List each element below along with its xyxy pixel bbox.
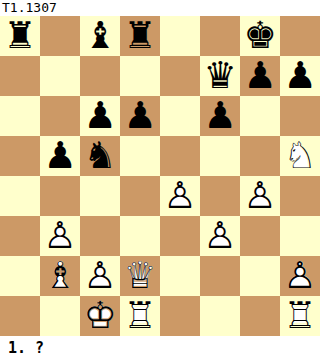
square-g7[interactable]: ♟ — [240, 56, 280, 96]
piece-black-knight: ♞ — [80, 136, 120, 176]
square-a5[interactable] — [0, 136, 40, 176]
move-prompt: 1. ? — [0, 336, 320, 360]
square-e5[interactable] — [160, 136, 200, 176]
piece-black-pawn: ♟ — [280, 56, 320, 96]
square-e1[interactable] — [160, 296, 200, 336]
piece-black-pawn: ♟ — [200, 96, 240, 136]
piece-black-pawn: ♟ — [80, 96, 120, 136]
square-c4[interactable] — [80, 176, 120, 216]
square-e2[interactable] — [160, 256, 200, 296]
square-g8[interactable]: ♚ — [240, 16, 280, 56]
square-h7[interactable]: ♟ — [280, 56, 320, 96]
piece-white-rook: ♜♖ — [280, 296, 320, 336]
square-b3[interactable]: ♟♙ — [40, 216, 80, 256]
square-c8[interactable]: ♝ — [80, 16, 120, 56]
square-e7[interactable] — [160, 56, 200, 96]
square-a8[interactable]: ♜ — [0, 16, 40, 56]
square-f3[interactable]: ♟♙ — [200, 216, 240, 256]
square-c7[interactable] — [80, 56, 120, 96]
square-d2[interactable]: ♛♕ — [120, 256, 160, 296]
square-g1[interactable] — [240, 296, 280, 336]
square-b2[interactable]: ♝♗ — [40, 256, 80, 296]
square-c2[interactable]: ♟♙ — [80, 256, 120, 296]
square-b8[interactable] — [40, 16, 80, 56]
piece-black-bishop: ♝ — [80, 16, 120, 56]
square-d4[interactable] — [120, 176, 160, 216]
square-c3[interactable] — [80, 216, 120, 256]
square-f8[interactable] — [200, 16, 240, 56]
square-e6[interactable] — [160, 96, 200, 136]
square-g5[interactable] — [240, 136, 280, 176]
piece-white-pawn: ♟♙ — [40, 216, 80, 256]
piece-white-bishop: ♝♗ — [40, 256, 80, 296]
square-a3[interactable] — [0, 216, 40, 256]
piece-black-queen: ♛ — [200, 56, 240, 96]
square-g6[interactable] — [240, 96, 280, 136]
square-f7[interactable]: ♛ — [200, 56, 240, 96]
piece-white-knight: ♞♘ — [280, 136, 320, 176]
piece-white-pawn: ♟♙ — [280, 256, 320, 296]
piece-white-pawn: ♟♙ — [200, 216, 240, 256]
square-h4[interactable] — [280, 176, 320, 216]
square-h2[interactable]: ♟♙ — [280, 256, 320, 296]
square-d3[interactable] — [120, 216, 160, 256]
piece-black-pawn: ♟ — [120, 96, 160, 136]
square-b5[interactable]: ♟ — [40, 136, 80, 176]
square-g3[interactable] — [240, 216, 280, 256]
square-a2[interactable] — [0, 256, 40, 296]
square-b6[interactable] — [40, 96, 80, 136]
square-a4[interactable] — [0, 176, 40, 216]
piece-white-king: ♚♔ — [80, 296, 120, 336]
square-b1[interactable] — [40, 296, 80, 336]
square-a6[interactable] — [0, 96, 40, 136]
square-h3[interactable] — [280, 216, 320, 256]
square-e8[interactable] — [160, 16, 200, 56]
piece-black-pawn: ♟ — [240, 56, 280, 96]
piece-white-pawn: ♟♙ — [240, 176, 280, 216]
chess-board: ♜♝♜♚♛♟♟♟♟♟♟♞♞♘♟♙♟♙♟♙♟♙♝♗♟♙♛♕♟♙♚♔♜♖♜♖ — [0, 16, 320, 336]
square-h8[interactable] — [280, 16, 320, 56]
square-e3[interactable] — [160, 216, 200, 256]
piece-white-queen: ♛♕ — [120, 256, 160, 296]
square-a1[interactable] — [0, 296, 40, 336]
square-f1[interactable] — [200, 296, 240, 336]
square-d5[interactable] — [120, 136, 160, 176]
piece-black-king: ♚ — [240, 16, 280, 56]
square-h6[interactable] — [280, 96, 320, 136]
square-a7[interactable] — [0, 56, 40, 96]
square-c5[interactable]: ♞ — [80, 136, 120, 176]
piece-white-pawn: ♟♙ — [80, 256, 120, 296]
square-f2[interactable] — [200, 256, 240, 296]
square-d8[interactable]: ♜ — [120, 16, 160, 56]
square-g2[interactable] — [240, 256, 280, 296]
square-c1[interactable]: ♚♔ — [80, 296, 120, 336]
square-d7[interactable] — [120, 56, 160, 96]
square-d6[interactable]: ♟ — [120, 96, 160, 136]
square-b4[interactable] — [40, 176, 80, 216]
square-b7[interactable] — [40, 56, 80, 96]
piece-black-pawn: ♟ — [40, 136, 80, 176]
square-d1[interactable]: ♜♖ — [120, 296, 160, 336]
square-h1[interactable]: ♜♖ — [280, 296, 320, 336]
square-f5[interactable] — [200, 136, 240, 176]
square-f6[interactable]: ♟ — [200, 96, 240, 136]
square-h5[interactable]: ♞♘ — [280, 136, 320, 176]
piece-white-rook: ♜♖ — [120, 296, 160, 336]
square-e4[interactable]: ♟♙ — [160, 176, 200, 216]
square-f4[interactable] — [200, 176, 240, 216]
piece-black-rook: ♜ — [120, 16, 160, 56]
square-g4[interactable]: ♟♙ — [240, 176, 280, 216]
piece-white-pawn: ♟♙ — [160, 176, 200, 216]
piece-black-rook: ♜ — [0, 16, 40, 56]
square-c6[interactable]: ♟ — [80, 96, 120, 136]
